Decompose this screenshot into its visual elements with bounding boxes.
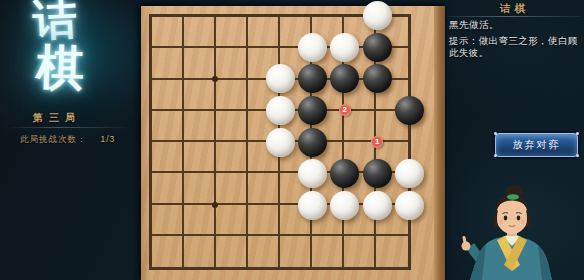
board-cell[interactable]: [216, 48, 248, 79]
go-board[interactable]: 21: [141, 6, 445, 280]
white-stone: [266, 128, 295, 157]
board-cell[interactable]: [376, 236, 408, 267]
board-side-edge: [434, 6, 445, 280]
black-stone: [298, 96, 327, 125]
board-cell[interactable]: [216, 17, 248, 48]
black-stone: [363, 159, 392, 188]
white-stone: [298, 33, 327, 62]
board-cell[interactable]: [184, 80, 216, 111]
panel-title: 诘棋: [445, 2, 584, 16]
white-stone: [266, 96, 295, 125]
board-cell[interactable]: [152, 205, 184, 236]
board-cell[interactable]: [184, 173, 216, 204]
calligraphy-char: 棋: [35, 42, 85, 93]
black-stone: [363, 33, 392, 62]
give-up-button[interactable]: 放弃对弈: [495, 133, 578, 157]
board-cell[interactable]: [248, 236, 280, 267]
board-cell[interactable]: [184, 111, 216, 142]
board-cell[interactable]: [248, 173, 280, 204]
board-cell[interactable]: [152, 80, 184, 111]
black-stone: [298, 64, 327, 93]
board-cell[interactable]: [312, 236, 344, 267]
board-cell[interactable]: [152, 236, 184, 267]
board-cell[interactable]: [216, 236, 248, 267]
black-stone: [363, 64, 392, 93]
white-stone: [330, 33, 359, 62]
objective-text: 黑先做活。: [449, 19, 581, 32]
black-stone: [395, 96, 424, 125]
board-cell[interactable]: [344, 236, 376, 267]
board-cell[interactable]: [344, 111, 376, 142]
board-cell[interactable]: [248, 205, 280, 236]
board-cell[interactable]: [280, 236, 312, 267]
white-stone: [298, 191, 327, 220]
white-stone: [363, 191, 392, 220]
board-cell[interactable]: [152, 48, 184, 79]
board-cell[interactable]: [152, 111, 184, 142]
white-stone: [395, 159, 424, 188]
attempts-value: 1/3: [101, 134, 116, 144]
divider: [447, 16, 581, 17]
game-screen: 诘 棋 第三局 此局挑战次数：1/3 21 诘棋 黑先做活。 提示：做出弯三之形…: [0, 0, 584, 280]
black-stone: [298, 128, 327, 157]
board-cell[interactable]: [184, 236, 216, 267]
right-panel: 诘棋 黑先做活。 提示：做出弯三之形，使白顾此失彼。 放弃对弈: [445, 0, 584, 280]
npc-hair-ornament: [507, 194, 519, 200]
white-stone: [395, 191, 424, 220]
board-cell[interactable]: [248, 17, 280, 48]
board-cell[interactable]: [184, 142, 216, 173]
hint-text: 提示：做出弯三之形，使白顾此失彼。: [449, 35, 583, 59]
star-point: [212, 76, 218, 82]
board-cell[interactable]: [152, 17, 184, 48]
white-stone: [298, 159, 327, 188]
board-cell[interactable]: [216, 80, 248, 111]
board-cell[interactable]: [216, 173, 248, 204]
attempts-row: 此局挑战次数：1/3: [20, 134, 115, 146]
board-cell[interactable]: [184, 205, 216, 236]
npc-character: [448, 183, 560, 280]
white-stone: [266, 64, 295, 93]
board-cell[interactable]: [184, 17, 216, 48]
board-cell[interactable]: [152, 173, 184, 204]
white-stone: [330, 191, 359, 220]
attempts-label: 此局挑战次数：: [20, 134, 87, 144]
puzzle-title-calligraphy: 诘 棋: [0, 0, 114, 92]
board-cell[interactable]: [184, 48, 216, 79]
left-panel: 诘 棋 第三局 此局挑战次数：1/3: [0, 0, 141, 280]
round-label: 第三局: [0, 111, 114, 125]
board-cell[interactable]: [216, 205, 248, 236]
board-cell[interactable]: [216, 111, 248, 142]
board-cell[interactable]: [152, 142, 184, 173]
white-stone: [363, 1, 392, 30]
npc-hand: [462, 242, 471, 251]
board-cell[interactable]: [216, 142, 248, 173]
divider: [8, 127, 132, 128]
